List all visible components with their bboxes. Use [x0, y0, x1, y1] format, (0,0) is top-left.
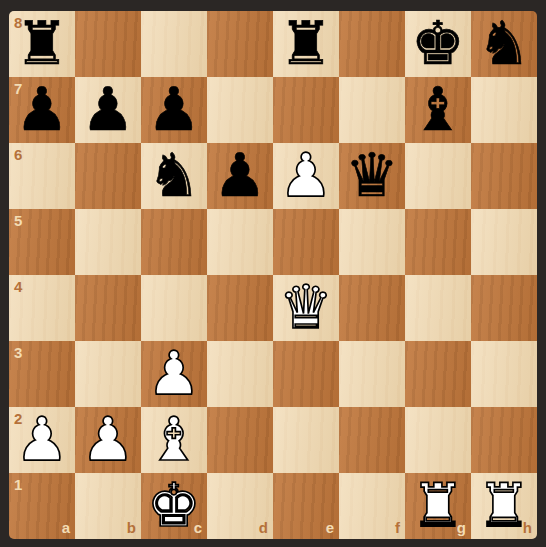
white-pawn[interactable]: ♟: [279, 145, 333, 205]
square-a5[interactable]: 5: [9, 209, 75, 275]
square-g3[interactable]: [405, 341, 471, 407]
square-h1[interactable]: h♜: [471, 473, 537, 539]
black-rook[interactable]: ♜: [15, 13, 69, 73]
black-queen[interactable]: ♛: [345, 145, 399, 205]
black-pawn[interactable]: ♟: [147, 79, 201, 139]
black-pawn[interactable]: ♟: [81, 79, 135, 139]
square-c3[interactable]: ♟: [141, 341, 207, 407]
file-label-b: b: [127, 520, 136, 535]
rank-label-5: 5: [14, 213, 22, 228]
square-e4[interactable]: ♛: [273, 275, 339, 341]
square-h4[interactable]: [471, 275, 537, 341]
square-b3[interactable]: [75, 341, 141, 407]
square-c6[interactable]: ♞: [141, 143, 207, 209]
square-h7[interactable]: [471, 77, 537, 143]
square-a6[interactable]: 6: [9, 143, 75, 209]
white-rook[interactable]: ♜: [411, 475, 465, 535]
square-e5[interactable]: [273, 209, 339, 275]
square-f5[interactable]: [339, 209, 405, 275]
white-bishop[interactable]: ♝: [147, 409, 201, 469]
square-e6[interactable]: ♟: [273, 143, 339, 209]
square-e3[interactable]: [273, 341, 339, 407]
square-h5[interactable]: [471, 209, 537, 275]
file-label-d: d: [259, 520, 268, 535]
square-b2[interactable]: ♟: [75, 407, 141, 473]
square-d6[interactable]: ♟: [207, 143, 273, 209]
square-b6[interactable]: [75, 143, 141, 209]
square-a8[interactable]: 8♜: [9, 11, 75, 77]
square-f4[interactable]: [339, 275, 405, 341]
square-b5[interactable]: [75, 209, 141, 275]
white-king[interactable]: ♚: [147, 475, 201, 535]
square-e8[interactable]: ♜: [273, 11, 339, 77]
black-bishop[interactable]: ♝: [411, 79, 465, 139]
rank-label-1: 1: [14, 477, 22, 492]
square-g8[interactable]: ♚: [405, 11, 471, 77]
square-g2[interactable]: [405, 407, 471, 473]
white-pawn[interactable]: ♟: [81, 409, 135, 469]
rank-label-4: 4: [14, 279, 22, 294]
square-f8[interactable]: [339, 11, 405, 77]
square-g1[interactable]: g♜: [405, 473, 471, 539]
white-pawn[interactable]: ♟: [15, 409, 69, 469]
file-label-a: a: [62, 520, 70, 535]
square-h6[interactable]: [471, 143, 537, 209]
square-d1[interactable]: d: [207, 473, 273, 539]
chess-board: 8♜♜♚♞7♟♟♟♝6♞♟♟♛54♛3♟2♟♟♝1abc♚defg♜h♜: [9, 11, 537, 539]
square-a3[interactable]: 3: [9, 341, 75, 407]
square-f7[interactable]: [339, 77, 405, 143]
square-f3[interactable]: [339, 341, 405, 407]
square-h2[interactable]: [471, 407, 537, 473]
square-g5[interactable]: [405, 209, 471, 275]
square-f1[interactable]: f: [339, 473, 405, 539]
file-label-e: e: [326, 520, 334, 535]
square-c7[interactable]: ♟: [141, 77, 207, 143]
square-f6[interactable]: ♛: [339, 143, 405, 209]
black-pawn[interactable]: ♟: [213, 145, 267, 205]
square-a4[interactable]: 4: [9, 275, 75, 341]
black-pawn[interactable]: ♟: [15, 79, 69, 139]
square-h3[interactable]: [471, 341, 537, 407]
white-rook[interactable]: ♜: [477, 475, 531, 535]
square-e7[interactable]: [273, 77, 339, 143]
rank-label-3: 3: [14, 345, 22, 360]
square-d5[interactable]: [207, 209, 273, 275]
square-d3[interactable]: [207, 341, 273, 407]
white-pawn[interactable]: ♟: [147, 343, 201, 403]
square-a2[interactable]: 2♟: [9, 407, 75, 473]
square-g4[interactable]: [405, 275, 471, 341]
square-b8[interactable]: [75, 11, 141, 77]
black-knight[interactable]: ♞: [477, 13, 531, 73]
square-b4[interactable]: [75, 275, 141, 341]
black-rook[interactable]: ♜: [279, 13, 333, 73]
square-d7[interactable]: [207, 77, 273, 143]
square-a1[interactable]: 1a: [9, 473, 75, 539]
file-label-f: f: [395, 520, 400, 535]
square-d4[interactable]: [207, 275, 273, 341]
square-d8[interactable]: [207, 11, 273, 77]
square-e2[interactable]: [273, 407, 339, 473]
square-b1[interactable]: b: [75, 473, 141, 539]
square-f2[interactable]: [339, 407, 405, 473]
square-b7[interactable]: ♟: [75, 77, 141, 143]
white-queen[interactable]: ♛: [279, 277, 333, 337]
black-knight[interactable]: ♞: [147, 145, 201, 205]
square-c1[interactable]: c♚: [141, 473, 207, 539]
square-e1[interactable]: e: [273, 473, 339, 539]
square-c2[interactable]: ♝: [141, 407, 207, 473]
square-c8[interactable]: [141, 11, 207, 77]
square-g6[interactable]: [405, 143, 471, 209]
black-king[interactable]: ♚: [411, 13, 465, 73]
square-a7[interactable]: 7♟: [9, 77, 75, 143]
square-c4[interactable]: [141, 275, 207, 341]
square-h8[interactable]: ♞: [471, 11, 537, 77]
square-c5[interactable]: [141, 209, 207, 275]
rank-label-6: 6: [14, 147, 22, 162]
square-d2[interactable]: [207, 407, 273, 473]
square-g7[interactable]: ♝: [405, 77, 471, 143]
chess-app: 8♜♜♚♞7♟♟♟♝6♞♟♟♛54♛3♟2♟♟♝1abc♚defg♜h♜: [0, 0, 546, 547]
